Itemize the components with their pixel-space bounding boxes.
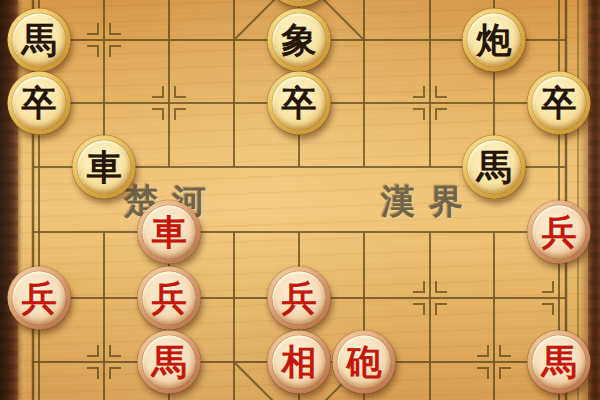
piece-face: 兵 xyxy=(273,272,326,325)
piece-red-chariot[interactable]: 車 xyxy=(138,201,201,264)
piece-face: 炮 xyxy=(468,14,521,67)
piece-face xyxy=(273,0,326,2)
piece-glyph: 兵 xyxy=(152,280,187,317)
piece-glyph: 象 xyxy=(282,22,317,59)
piece-red-soldier[interactable]: 兵 xyxy=(268,267,331,330)
piece-black-soldier[interactable]: 卒 xyxy=(268,72,331,135)
piece-black-horse[interactable]: 馬 xyxy=(463,136,526,199)
piece-face: 馬 xyxy=(468,141,521,194)
piece-glyph: 炮 xyxy=(477,22,512,59)
piece-red-horse[interactable]: 馬 xyxy=(138,331,201,394)
piece-glyph: 卒 xyxy=(282,85,317,122)
piece-face: 兵 xyxy=(13,272,66,325)
piece-face: 兵 xyxy=(533,206,586,259)
piece-glyph: 馬 xyxy=(542,344,577,381)
piece-face: 卒 xyxy=(13,77,66,130)
xiangqi-board: 楚河 漢界 馬象炮卒卒卒車馬車兵兵兵兵馬相砲馬 xyxy=(0,0,600,400)
piece-face: 砲 xyxy=(338,336,391,389)
piece-black-cannon[interactable]: 炮 xyxy=(463,9,526,72)
piece-black-elephant[interactable]: 象 xyxy=(268,9,331,72)
piece-face: 象 xyxy=(273,14,326,67)
piece-glyph: 兵 xyxy=(542,214,577,251)
piece-red-elephant[interactable]: 相 xyxy=(268,331,331,394)
piece-glyph: 卒 xyxy=(542,85,577,122)
piece-glyph: 兵 xyxy=(22,280,57,317)
piece-red-horse[interactable]: 馬 xyxy=(528,331,591,394)
piece-face: 卒 xyxy=(533,77,586,130)
piece-glyph: 馬 xyxy=(22,22,57,59)
piece-face: 車 xyxy=(143,206,196,259)
piece-glyph: 馬 xyxy=(477,149,512,186)
piece-glyph: 車 xyxy=(152,214,187,251)
piece-red-soldier[interactable]: 兵 xyxy=(528,201,591,264)
piece-red-soldier[interactable]: 兵 xyxy=(8,267,71,330)
piece-partial-piece-top[interactable] xyxy=(268,0,331,7)
piece-black-soldier[interactable]: 卒 xyxy=(8,72,71,135)
piece-glyph: 砲 xyxy=(347,344,382,381)
piece-face: 車 xyxy=(78,141,131,194)
piece-glyph: 馬 xyxy=(152,344,187,381)
piece-black-horse[interactable]: 馬 xyxy=(8,9,71,72)
piece-red-soldier[interactable]: 兵 xyxy=(138,267,201,330)
piece-face: 馬 xyxy=(13,14,66,67)
piece-glyph: 卒 xyxy=(22,85,57,122)
piece-red-cannon[interactable]: 砲 xyxy=(333,331,396,394)
piece-face: 相 xyxy=(273,336,326,389)
piece-face: 馬 xyxy=(143,336,196,389)
piece-face: 兵 xyxy=(143,272,196,325)
piece-black-chariot[interactable]: 車 xyxy=(73,136,136,199)
piece-face: 卒 xyxy=(273,77,326,130)
piece-glyph: 車 xyxy=(87,149,122,186)
pieces-layer: 馬象炮卒卒卒車馬車兵兵兵兵馬相砲馬 xyxy=(0,0,600,400)
piece-face: 馬 xyxy=(533,336,586,389)
piece-glyph: 兵 xyxy=(282,280,317,317)
piece-glyph: 相 xyxy=(282,344,317,381)
piece-black-soldier[interactable]: 卒 xyxy=(528,72,591,135)
